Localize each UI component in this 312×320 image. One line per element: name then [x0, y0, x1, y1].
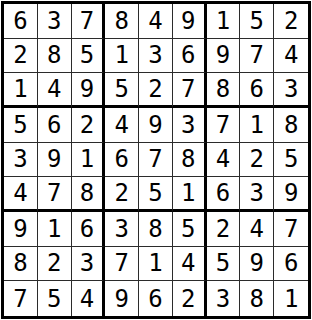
- cell-r7c5[interactable]: 8: [139, 212, 173, 247]
- cell-r3c3[interactable]: 9: [72, 73, 106, 108]
- cell-r4c5[interactable]: 9: [139, 108, 173, 143]
- cell-r2c5[interactable]: 3: [139, 39, 173, 74]
- cell-r8c3[interactable]: 3: [72, 247, 106, 282]
- cell-r8c7[interactable]: 5: [207, 247, 241, 282]
- cell-r9c6[interactable]: 2: [173, 281, 207, 316]
- cell-r3c7[interactable]: 8: [207, 73, 241, 108]
- cell-r6c3[interactable]: 8: [72, 177, 106, 212]
- cell-r9c1[interactable]: 7: [4, 281, 38, 316]
- cell-r9c5[interactable]: 6: [139, 281, 173, 316]
- cell-r5c6[interactable]: 8: [173, 143, 207, 178]
- cell-r1c9[interactable]: 2: [274, 4, 308, 39]
- cell-r8c5[interactable]: 1: [139, 247, 173, 282]
- cell-r1c7[interactable]: 1: [207, 4, 241, 39]
- cell-r7c1[interactable]: 9: [4, 212, 38, 247]
- cell-r5c3[interactable]: 1: [72, 143, 106, 178]
- cell-r8c2[interactable]: 2: [38, 247, 72, 282]
- cell-r5c8[interactable]: 2: [240, 143, 274, 178]
- cell-r6c7[interactable]: 6: [207, 177, 241, 212]
- cell-r8c9[interactable]: 6: [274, 247, 308, 282]
- cell-r3c5[interactable]: 2: [139, 73, 173, 108]
- cell-r9c9[interactable]: 1: [274, 281, 308, 316]
- cell-r6c4[interactable]: 2: [105, 177, 139, 212]
- cell-r7c8[interactable]: 4: [240, 212, 274, 247]
- cell-r9c4[interactable]: 9: [105, 281, 139, 316]
- cell-r6c9[interactable]: 9: [274, 177, 308, 212]
- sudoku-board: 6378491522851369741495278635624937183916…: [1, 1, 311, 319]
- cell-r4c1[interactable]: 5: [4, 108, 38, 143]
- cell-r4c6[interactable]: 3: [173, 108, 207, 143]
- cell-r1c5[interactable]: 4: [139, 4, 173, 39]
- cell-r7c9[interactable]: 7: [274, 212, 308, 247]
- cell-r1c4[interactable]: 8: [105, 4, 139, 39]
- cell-r5c9[interactable]: 5: [274, 143, 308, 178]
- cell-r7c6[interactable]: 5: [173, 212, 207, 247]
- cell-r4c9[interactable]: 8: [274, 108, 308, 143]
- cell-r2c6[interactable]: 6: [173, 39, 207, 74]
- cell-r8c8[interactable]: 9: [240, 247, 274, 282]
- cell-r1c6[interactable]: 9: [173, 4, 207, 39]
- cell-r9c7[interactable]: 3: [207, 281, 241, 316]
- cell-r3c1[interactable]: 1: [4, 73, 38, 108]
- cell-r1c2[interactable]: 3: [38, 4, 72, 39]
- cell-r8c4[interactable]: 7: [105, 247, 139, 282]
- cell-r2c1[interactable]: 2: [4, 39, 38, 74]
- cell-r3c9[interactable]: 3: [274, 73, 308, 108]
- cell-r6c1[interactable]: 4: [4, 177, 38, 212]
- cell-r2c3[interactable]: 5: [72, 39, 106, 74]
- cell-r3c8[interactable]: 6: [240, 73, 274, 108]
- cell-r1c3[interactable]: 7: [72, 4, 106, 39]
- cell-r4c3[interactable]: 2: [72, 108, 106, 143]
- cell-r9c8[interactable]: 8: [240, 281, 274, 316]
- cell-r8c6[interactable]: 4: [173, 247, 207, 282]
- cell-r2c2[interactable]: 8: [38, 39, 72, 74]
- cell-r7c3[interactable]: 6: [72, 212, 106, 247]
- cell-r5c7[interactable]: 4: [207, 143, 241, 178]
- cell-r9c2[interactable]: 5: [38, 281, 72, 316]
- cell-r2c8[interactable]: 7: [240, 39, 274, 74]
- cell-r9c3[interactable]: 4: [72, 281, 106, 316]
- cell-r4c4[interactable]: 4: [105, 108, 139, 143]
- cell-r6c6[interactable]: 1: [173, 177, 207, 212]
- cell-r4c8[interactable]: 1: [240, 108, 274, 143]
- cell-r7c4[interactable]: 3: [105, 212, 139, 247]
- cell-r5c2[interactable]: 9: [38, 143, 72, 178]
- cell-r1c1[interactable]: 6: [4, 4, 38, 39]
- cell-r8c1[interactable]: 8: [4, 247, 38, 282]
- cell-r2c9[interactable]: 4: [274, 39, 308, 74]
- cell-r7c2[interactable]: 1: [38, 212, 72, 247]
- cell-r3c2[interactable]: 4: [38, 73, 72, 108]
- cell-r7c7[interactable]: 2: [207, 212, 241, 247]
- cell-r2c7[interactable]: 9: [207, 39, 241, 74]
- cell-r3c6[interactable]: 7: [173, 73, 207, 108]
- cell-r5c1[interactable]: 3: [4, 143, 38, 178]
- cell-r6c2[interactable]: 7: [38, 177, 72, 212]
- cell-r5c5[interactable]: 7: [139, 143, 173, 178]
- cell-r2c4[interactable]: 1: [105, 39, 139, 74]
- sudoku-page: 6378491522851369741495278635624937183916…: [0, 0, 312, 320]
- cell-r1c8[interactable]: 5: [240, 4, 274, 39]
- cell-r4c7[interactable]: 7: [207, 108, 241, 143]
- cell-r6c8[interactable]: 3: [240, 177, 274, 212]
- cell-r5c4[interactable]: 6: [105, 143, 139, 178]
- cell-r6c5[interactable]: 5: [139, 177, 173, 212]
- cell-r3c4[interactable]: 5: [105, 73, 139, 108]
- cell-r4c2[interactable]: 6: [38, 108, 72, 143]
